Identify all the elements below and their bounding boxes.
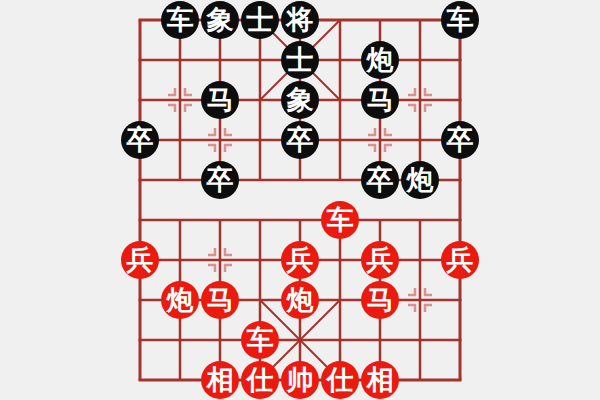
piece-black-pawn[interactable]: 卒	[361, 161, 399, 199]
piece-red-pawn[interactable]: 兵	[121, 241, 159, 279]
piece-black-chariot[interactable]: 车	[441, 1, 479, 39]
piece-black-pawn[interactable]: 卒	[201, 161, 239, 199]
piece-red-general[interactable]: 帅	[281, 361, 319, 399]
piece-red-horse[interactable]: 马	[201, 281, 239, 319]
piece-black-advisor[interactable]: 士	[241, 1, 279, 39]
piece-red-pawn[interactable]: 兵	[281, 241, 319, 279]
piece-red-chariot[interactable]: 车	[321, 201, 359, 239]
piece-black-chariot[interactable]: 车	[161, 1, 199, 39]
piece-red-pawn[interactable]: 兵	[361, 241, 399, 279]
pieces-grid: 车象士将车士炮马象马卒卒卒卒卒炮车兵兵兵兵炮马炮马车相仕帅仕相	[120, 0, 480, 400]
piece-red-cannon[interactable]: 炮	[281, 281, 319, 319]
piece-red-horse[interactable]: 马	[361, 281, 399, 319]
piece-black-cannon[interactable]: 炮	[401, 161, 439, 199]
piece-black-pawn[interactable]: 卒	[441, 121, 479, 159]
piece-black-horse[interactable]: 马	[201, 81, 239, 119]
xiangqi-board-screenshot: 车象士将车士炮马象马卒卒卒卒卒炮车兵兵兵兵炮马炮马车相仕帅仕相	[0, 0, 600, 400]
piece-black-pawn[interactable]: 卒	[121, 121, 159, 159]
piece-black-elephant[interactable]: 象	[281, 81, 319, 119]
piece-red-pawn[interactable]: 兵	[441, 241, 479, 279]
piece-black-pawn[interactable]: 卒	[281, 121, 319, 159]
piece-black-general[interactable]: 将	[281, 1, 319, 39]
piece-red-elephant[interactable]: 相	[201, 361, 239, 399]
piece-red-advisor[interactable]: 仕	[321, 361, 359, 399]
piece-black-advisor[interactable]: 士	[281, 41, 319, 79]
piece-red-cannon[interactable]: 炮	[161, 281, 199, 319]
piece-black-cannon[interactable]: 炮	[361, 41, 399, 79]
piece-black-elephant[interactable]: 象	[201, 1, 239, 39]
piece-red-chariot[interactable]: 车	[241, 321, 279, 359]
piece-red-advisor[interactable]: 仕	[241, 361, 279, 399]
piece-black-horse[interactable]: 马	[361, 81, 399, 119]
piece-red-elephant[interactable]: 相	[361, 361, 399, 399]
